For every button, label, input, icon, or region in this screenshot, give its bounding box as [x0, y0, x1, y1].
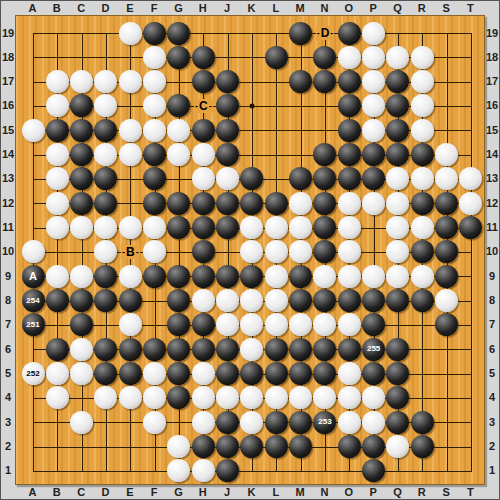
intersection-F8[interactable] [143, 289, 167, 313]
intersection-O4[interactable] [337, 386, 361, 410]
intersection-J13[interactable] [216, 167, 240, 191]
intersection-H14[interactable] [191, 143, 215, 167]
intersection-H4[interactable] [191, 386, 215, 410]
intersection-L1[interactable] [264, 459, 288, 483]
intersection-B4[interactable] [45, 386, 69, 410]
intersection-A16[interactable] [21, 94, 45, 118]
intersection-K14[interactable] [240, 143, 264, 167]
intersection-J5[interactable] [216, 362, 240, 386]
intersection-F16[interactable] [143, 94, 167, 118]
intersection-M2[interactable] [289, 435, 313, 459]
intersection-K9[interactable] [240, 264, 264, 288]
intersection-D5[interactable] [94, 362, 118, 386]
intersection-H16[interactable]: -C- [191, 94, 215, 118]
intersection-G9[interactable] [167, 264, 191, 288]
intersection-E5[interactable] [118, 362, 142, 386]
intersection-M8[interactable] [289, 289, 313, 313]
intersection-N18[interactable] [313, 45, 337, 69]
intersection-Q19[interactable] [386, 21, 410, 45]
intersection-S10[interactable] [435, 240, 459, 264]
intersection-R12[interactable] [410, 191, 434, 215]
intersection-J9[interactable] [216, 264, 240, 288]
intersection-T7[interactable] [459, 313, 483, 337]
intersection-C12[interactable] [70, 191, 94, 215]
intersection-B5[interactable] [45, 362, 69, 386]
intersection-L4[interactable] [264, 386, 288, 410]
intersection-H18[interactable] [191, 45, 215, 69]
intersection-T3[interactable] [459, 410, 483, 434]
intersection-G3[interactable] [167, 410, 191, 434]
intersection-A10[interactable] [21, 240, 45, 264]
intersection-C8[interactable] [70, 289, 94, 313]
intersection-L16[interactable] [264, 94, 288, 118]
intersection-B2[interactable] [45, 435, 69, 459]
intersection-E9[interactable] [118, 264, 142, 288]
intersection-D17[interactable] [94, 70, 118, 94]
intersection-Q9[interactable] [386, 264, 410, 288]
intersection-N11[interactable] [313, 216, 337, 240]
intersection-O9[interactable] [337, 264, 361, 288]
intersection-E13[interactable] [118, 167, 142, 191]
intersection-E16[interactable] [118, 94, 142, 118]
intersection-J16[interactable] [216, 94, 240, 118]
intersection-L9[interactable] [264, 264, 288, 288]
intersection-F9[interactable] [143, 264, 167, 288]
intersection-J11[interactable] [216, 216, 240, 240]
intersection-K15[interactable] [240, 118, 264, 142]
intersection-C1[interactable] [70, 459, 94, 483]
intersection-S8[interactable] [435, 289, 459, 313]
intersection-A7[interactable]: 251 [21, 313, 45, 337]
intersection-D2[interactable] [94, 435, 118, 459]
intersection-P3[interactable] [362, 410, 386, 434]
intersection-Q14[interactable] [386, 143, 410, 167]
intersection-F13[interactable] [143, 167, 167, 191]
intersection-A2[interactable] [21, 435, 45, 459]
intersection-R3[interactable] [410, 410, 434, 434]
intersection-F11[interactable] [143, 216, 167, 240]
intersection-B17[interactable] [45, 70, 69, 94]
intersection-S19[interactable] [435, 21, 459, 45]
intersection-O10[interactable] [337, 240, 361, 264]
intersection-F5[interactable] [143, 362, 167, 386]
intersection-G1[interactable] [167, 459, 191, 483]
intersection-A11[interactable] [21, 216, 45, 240]
intersection-A6[interactable] [21, 337, 45, 361]
intersection-F14[interactable] [143, 143, 167, 167]
intersection-T12[interactable] [459, 191, 483, 215]
intersection-S18[interactable] [435, 45, 459, 69]
intersection-G2[interactable] [167, 435, 191, 459]
intersection-E12[interactable] [118, 191, 142, 215]
intersection-B13[interactable] [45, 167, 69, 191]
intersection-N19[interactable]: -D- [313, 21, 337, 45]
intersection-G4[interactable] [167, 386, 191, 410]
intersection-F10[interactable] [143, 240, 167, 264]
intersection-C4[interactable] [70, 386, 94, 410]
intersection-J14[interactable] [216, 143, 240, 167]
intersection-L17[interactable] [264, 70, 288, 94]
intersection-N6[interactable] [313, 337, 337, 361]
intersection-T13[interactable] [459, 167, 483, 191]
intersection-E3[interactable] [118, 410, 142, 434]
intersection-R5[interactable] [410, 362, 434, 386]
intersection-Q11[interactable] [386, 216, 410, 240]
intersection-F17[interactable] [143, 70, 167, 94]
intersection-Q13[interactable] [386, 167, 410, 191]
intersection-C5[interactable] [70, 362, 94, 386]
intersection-L14[interactable] [264, 143, 288, 167]
intersection-B1[interactable] [45, 459, 69, 483]
intersection-T1[interactable] [459, 459, 483, 483]
intersection-K6[interactable] [240, 337, 264, 361]
intersection-E15[interactable] [118, 118, 142, 142]
intersection-J18[interactable] [216, 45, 240, 69]
intersection-F18[interactable] [143, 45, 167, 69]
intersection-N10[interactable] [313, 240, 337, 264]
intersection-C11[interactable] [70, 216, 94, 240]
intersection-O5[interactable] [337, 362, 361, 386]
intersection-A18[interactable] [21, 45, 45, 69]
intersection-J6[interactable] [216, 337, 240, 361]
intersection-S7[interactable] [435, 313, 459, 337]
intersection-J1[interactable] [216, 459, 240, 483]
intersection-A19[interactable] [21, 21, 45, 45]
intersection-O2[interactable] [337, 435, 361, 459]
intersection-A15[interactable] [21, 118, 45, 142]
intersection-P19[interactable] [362, 21, 386, 45]
intersection-S3[interactable] [435, 410, 459, 434]
intersection-L2[interactable] [264, 435, 288, 459]
intersection-L11[interactable] [264, 216, 288, 240]
intersection-T6[interactable] [459, 337, 483, 361]
intersection-L19[interactable] [264, 21, 288, 45]
intersection-P13[interactable] [362, 167, 386, 191]
intersection-J4[interactable] [216, 386, 240, 410]
intersection-A12[interactable] [21, 191, 45, 215]
intersection-Q5[interactable] [386, 362, 410, 386]
intersection-B16[interactable] [45, 94, 69, 118]
intersection-H10[interactable] [191, 240, 215, 264]
intersection-D8[interactable] [94, 289, 118, 313]
intersection-N7[interactable] [313, 313, 337, 337]
intersection-R4[interactable] [410, 386, 434, 410]
intersection-F7[interactable] [143, 313, 167, 337]
intersection-N14[interactable] [313, 143, 337, 167]
intersection-P6[interactable]: 255 [362, 337, 386, 361]
intersection-B9[interactable] [45, 264, 69, 288]
intersection-K18[interactable] [240, 45, 264, 69]
intersection-Q4[interactable] [386, 386, 410, 410]
intersection-B12[interactable] [45, 191, 69, 215]
intersection-E7[interactable] [118, 313, 142, 337]
intersection-S14[interactable] [435, 143, 459, 167]
intersection-T14[interactable] [459, 143, 483, 167]
intersection-N4[interactable] [313, 386, 337, 410]
intersection-O19[interactable] [337, 21, 361, 45]
intersection-K19[interactable] [240, 21, 264, 45]
intersection-N1[interactable] [313, 459, 337, 483]
intersection-M14[interactable] [289, 143, 313, 167]
intersection-Q10[interactable] [386, 240, 410, 264]
intersection-T18[interactable] [459, 45, 483, 69]
intersection-N13[interactable] [313, 167, 337, 191]
intersection-E17[interactable] [118, 70, 142, 94]
intersection-C2[interactable] [70, 435, 94, 459]
intersection-J12[interactable] [216, 191, 240, 215]
intersection-C14[interactable] [70, 143, 94, 167]
intersection-N16[interactable] [313, 94, 337, 118]
intersection-H11[interactable] [191, 216, 215, 240]
intersection-P17[interactable] [362, 70, 386, 94]
intersection-Q15[interactable] [386, 118, 410, 142]
intersection-P7[interactable] [362, 313, 386, 337]
intersection-S16[interactable] [435, 94, 459, 118]
intersection-S2[interactable] [435, 435, 459, 459]
intersection-E18[interactable] [118, 45, 142, 69]
intersection-C18[interactable] [70, 45, 94, 69]
intersection-G19[interactable] [167, 21, 191, 45]
intersection-R18[interactable] [410, 45, 434, 69]
intersection-G17[interactable] [167, 70, 191, 94]
intersection-L18[interactable] [264, 45, 288, 69]
intersection-B3[interactable] [45, 410, 69, 434]
intersection-M9[interactable] [289, 264, 313, 288]
intersection-T8[interactable] [459, 289, 483, 313]
intersection-P4[interactable] [362, 386, 386, 410]
intersection-M6[interactable] [289, 337, 313, 361]
intersection-B6[interactable] [45, 337, 69, 361]
intersection-O1[interactable] [337, 459, 361, 483]
intersection-S13[interactable] [435, 167, 459, 191]
intersection-M1[interactable] [289, 459, 313, 483]
intersection-D13[interactable] [94, 167, 118, 191]
intersection-S11[interactable] [435, 216, 459, 240]
intersection-T4[interactable] [459, 386, 483, 410]
intersection-G6[interactable] [167, 337, 191, 361]
intersection-J19[interactable] [216, 21, 240, 45]
intersection-N12[interactable] [313, 191, 337, 215]
intersection-M4[interactable] [289, 386, 313, 410]
intersection-S9[interactable] [435, 264, 459, 288]
intersection-D6[interactable] [94, 337, 118, 361]
intersection-C7[interactable] [70, 313, 94, 337]
intersection-M18[interactable] [289, 45, 313, 69]
intersection-F15[interactable] [143, 118, 167, 142]
intersection-S5[interactable] [435, 362, 459, 386]
intersection-O6[interactable] [337, 337, 361, 361]
intersection-Q2[interactable] [386, 435, 410, 459]
intersection-R13[interactable] [410, 167, 434, 191]
intersection-L7[interactable] [264, 313, 288, 337]
intersection-H5[interactable] [191, 362, 215, 386]
intersection-D11[interactable] [94, 216, 118, 240]
intersection-K13[interactable] [240, 167, 264, 191]
intersection-E11[interactable] [118, 216, 142, 240]
intersection-N8[interactable] [313, 289, 337, 313]
intersection-D7[interactable] [94, 313, 118, 337]
intersection-G10[interactable] [167, 240, 191, 264]
intersection-G18[interactable] [167, 45, 191, 69]
intersection-C17[interactable] [70, 70, 94, 94]
intersection-M5[interactable] [289, 362, 313, 386]
intersection-D18[interactable] [94, 45, 118, 69]
intersection-F1[interactable] [143, 459, 167, 483]
intersection-Q6[interactable] [386, 337, 410, 361]
intersection-C13[interactable] [70, 167, 94, 191]
intersection-Q7[interactable] [386, 313, 410, 337]
intersection-F4[interactable] [143, 386, 167, 410]
intersection-E2[interactable] [118, 435, 142, 459]
intersection-D1[interactable] [94, 459, 118, 483]
intersection-A8[interactable]: 254 [21, 289, 45, 313]
intersection-R7[interactable] [410, 313, 434, 337]
intersection-E10[interactable]: -B- [118, 240, 142, 264]
intersection-E19[interactable] [118, 21, 142, 45]
intersection-G11[interactable] [167, 216, 191, 240]
intersection-R2[interactable] [410, 435, 434, 459]
intersection-M3[interactable] [289, 410, 313, 434]
intersection-J7[interactable] [216, 313, 240, 337]
intersection-M7[interactable] [289, 313, 313, 337]
intersection-P14[interactable] [362, 143, 386, 167]
intersection-O7[interactable] [337, 313, 361, 337]
intersection-L12[interactable] [264, 191, 288, 215]
intersection-O3[interactable] [337, 410, 361, 434]
intersection-J10[interactable] [216, 240, 240, 264]
intersection-D19[interactable] [94, 21, 118, 45]
intersection-J8[interactable] [216, 289, 240, 313]
intersection-H15[interactable] [191, 118, 215, 142]
intersection-R6[interactable] [410, 337, 434, 361]
intersection-B8[interactable] [45, 289, 69, 313]
intersection-C10[interactable] [70, 240, 94, 264]
intersection-K17[interactable] [240, 70, 264, 94]
intersection-O12[interactable] [337, 191, 361, 215]
intersection-A9[interactable]: A [21, 264, 45, 288]
intersection-R1[interactable] [410, 459, 434, 483]
intersection-L15[interactable] [264, 118, 288, 142]
intersection-T10[interactable] [459, 240, 483, 264]
intersection-E14[interactable] [118, 143, 142, 167]
intersection-G14[interactable] [167, 143, 191, 167]
intersection-O13[interactable] [337, 167, 361, 191]
intersection-J3[interactable] [216, 410, 240, 434]
intersection-C6[interactable] [70, 337, 94, 361]
intersection-D4[interactable] [94, 386, 118, 410]
intersection-R14[interactable] [410, 143, 434, 167]
intersection-G12[interactable] [167, 191, 191, 215]
intersection-C15[interactable] [70, 118, 94, 142]
intersection-A1[interactable] [21, 459, 45, 483]
intersection-R8[interactable] [410, 289, 434, 313]
intersection-F19[interactable] [143, 21, 167, 45]
intersection-L13[interactable] [264, 167, 288, 191]
intersection-B19[interactable] [45, 21, 69, 45]
intersection-L8[interactable] [264, 289, 288, 313]
intersection-O14[interactable] [337, 143, 361, 167]
intersection-P12[interactable] [362, 191, 386, 215]
intersection-H19[interactable] [191, 21, 215, 45]
intersection-Q1[interactable] [386, 459, 410, 483]
intersection-H7[interactable] [191, 313, 215, 337]
intersection-L6[interactable] [264, 337, 288, 361]
intersection-Q17[interactable] [386, 70, 410, 94]
intersection-K5[interactable] [240, 362, 264, 386]
intersection-F3[interactable] [143, 410, 167, 434]
intersection-O17[interactable] [337, 70, 361, 94]
intersection-M13[interactable] [289, 167, 313, 191]
intersection-H8[interactable] [191, 289, 215, 313]
intersection-F12[interactable] [143, 191, 167, 215]
intersection-S12[interactable] [435, 191, 459, 215]
intersection-H2[interactable] [191, 435, 215, 459]
intersection-O15[interactable] [337, 118, 361, 142]
intersection-K2[interactable] [240, 435, 264, 459]
intersection-F2[interactable] [143, 435, 167, 459]
intersection-C19[interactable] [70, 21, 94, 45]
intersection-T5[interactable] [459, 362, 483, 386]
intersection-H13[interactable] [191, 167, 215, 191]
intersection-P15[interactable] [362, 118, 386, 142]
intersection-Q8[interactable] [386, 289, 410, 313]
intersection-P10[interactable] [362, 240, 386, 264]
intersection-J15[interactable] [216, 118, 240, 142]
intersection-G8[interactable] [167, 289, 191, 313]
intersection-C3[interactable] [70, 410, 94, 434]
intersection-A5[interactable]: 252 [21, 362, 45, 386]
intersection-D10[interactable] [94, 240, 118, 264]
intersection-P11[interactable] [362, 216, 386, 240]
intersection-M10[interactable] [289, 240, 313, 264]
intersection-A3[interactable] [21, 410, 45, 434]
intersection-N15[interactable] [313, 118, 337, 142]
intersection-N3[interactable]: 253 [313, 410, 337, 434]
intersection-S17[interactable] [435, 70, 459, 94]
intersection-B10[interactable] [45, 240, 69, 264]
intersection-D14[interactable] [94, 143, 118, 167]
intersection-K3[interactable] [240, 410, 264, 434]
intersection-H17[interactable] [191, 70, 215, 94]
intersection-H12[interactable] [191, 191, 215, 215]
intersection-P18[interactable] [362, 45, 386, 69]
intersection-B7[interactable] [45, 313, 69, 337]
intersection-P5[interactable] [362, 362, 386, 386]
intersection-F6[interactable] [143, 337, 167, 361]
intersection-C16[interactable] [70, 94, 94, 118]
intersection-Q3[interactable] [386, 410, 410, 434]
intersection-D15[interactable] [94, 118, 118, 142]
intersection-A17[interactable] [21, 70, 45, 94]
intersection-N17[interactable] [313, 70, 337, 94]
intersection-M19[interactable] [289, 21, 313, 45]
intersection-Q16[interactable] [386, 94, 410, 118]
intersection-K16[interactable] [240, 94, 264, 118]
intersection-L5[interactable] [264, 362, 288, 386]
intersection-M11[interactable] [289, 216, 313, 240]
intersection-R10[interactable] [410, 240, 434, 264]
intersection-O11[interactable] [337, 216, 361, 240]
intersection-N9[interactable] [313, 264, 337, 288]
intersection-J2[interactable] [216, 435, 240, 459]
intersection-H1[interactable] [191, 459, 215, 483]
intersection-G15[interactable] [167, 118, 191, 142]
intersection-M15[interactable] [289, 118, 313, 142]
intersection-E4[interactable] [118, 386, 142, 410]
intersection-H9[interactable] [191, 264, 215, 288]
intersection-P9[interactable] [362, 264, 386, 288]
intersection-G13[interactable] [167, 167, 191, 191]
